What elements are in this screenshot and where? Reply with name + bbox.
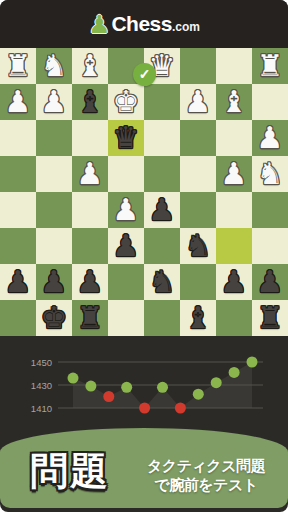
square-e8[interactable] [108, 300, 144, 336]
app-header: ♟ Chess .com [0, 0, 288, 48]
square-a8[interactable]: ♜ [252, 300, 288, 336]
black-pawn-piece: ♟ [221, 264, 248, 300]
square-d4[interactable] [144, 156, 180, 192]
square-c6[interactable]: ♞ [180, 228, 216, 264]
chart-point-loss [139, 403, 150, 414]
square-e4[interactable] [108, 156, 144, 192]
promo-subtitle-line2: で腕前をテスト [146, 475, 266, 494]
white-pawn-piece: ♟ [77, 156, 104, 192]
square-c7[interactable] [180, 264, 216, 300]
square-g3[interactable] [36, 120, 72, 156]
square-g4[interactable] [36, 156, 72, 192]
square-f6[interactable] [72, 228, 108, 264]
chart-ytick-label: 1430 [31, 380, 52, 391]
chart-point-win [85, 381, 96, 392]
square-b8[interactable] [216, 300, 252, 336]
square-d7[interactable]: ♞ [144, 264, 180, 300]
square-g2[interactable]: ♟ [36, 84, 72, 120]
square-h6[interactable] [0, 228, 36, 264]
white-king-piece: ♚ [113, 84, 140, 120]
square-a5[interactable] [252, 192, 288, 228]
square-c1[interactable] [180, 48, 216, 84]
square-b2[interactable]: ♝ [216, 84, 252, 120]
logo-tld-text: .com [172, 20, 200, 34]
white-bishop-piece: ♝ [77, 48, 104, 84]
square-a2[interactable] [252, 84, 288, 120]
black-rook-piece: ♜ [77, 300, 104, 336]
square-g1[interactable]: ♞ [36, 48, 72, 84]
square-a1[interactable]: ♜ [252, 48, 288, 84]
black-pawn-piece: ♟ [41, 264, 68, 300]
square-a4[interactable]: ♞ [252, 156, 288, 192]
square-g5[interactable] [36, 192, 72, 228]
white-pawn-piece: ♟ [257, 120, 284, 156]
square-e3[interactable]: ♛ [108, 120, 144, 156]
square-f8[interactable]: ♜ [72, 300, 108, 336]
square-f4[interactable]: ♟ [72, 156, 108, 192]
black-pawn-piece: ♟ [257, 264, 284, 300]
square-b6[interactable] [216, 228, 252, 264]
chart-point-loss [175, 403, 186, 414]
square-b7[interactable]: ♟ [216, 264, 252, 300]
black-pawn-piece: ♟ [149, 192, 176, 228]
square-f7[interactable]: ♟ [72, 264, 108, 300]
square-d3[interactable] [144, 120, 180, 156]
square-g7[interactable]: ♟ [36, 264, 72, 300]
square-d8[interactable] [144, 300, 180, 336]
chess-board: ♜♞♝♛♜♟♟♝♚♟♝♛♟♟♟♞♟♟♟♞♟♟♟♞♟♟♚♜♝♜ [0, 48, 288, 336]
square-h1[interactable]: ♜ [0, 48, 36, 84]
chesscom-logo: ♟ Chess .com [88, 12, 200, 37]
logo-brand-text: Chess [111, 12, 172, 36]
chart-ytick-label: 1410 [31, 403, 52, 414]
square-f2[interactable]: ♝ [72, 84, 108, 120]
square-c8[interactable]: ♝ [180, 300, 216, 336]
square-h3[interactable] [0, 120, 36, 156]
square-f3[interactable] [72, 120, 108, 156]
black-bishop-piece: ♝ [185, 300, 212, 336]
white-pawn-piece: ♟ [113, 192, 140, 228]
promo-subtitle: タクティクス問題 で腕前をテスト [146, 456, 266, 494]
square-c4[interactable] [180, 156, 216, 192]
square-d5[interactable]: ♟ [144, 192, 180, 228]
square-h7[interactable]: ♟ [0, 264, 36, 300]
white-knight-piece: ♞ [257, 156, 284, 192]
white-pawn-piece: ♟ [221, 156, 248, 192]
square-e6[interactable]: ♟ [108, 228, 144, 264]
chart-point-win [247, 357, 258, 368]
chart-point-win [193, 389, 204, 400]
black-pawn-piece: ♟ [113, 228, 140, 264]
square-c5[interactable] [180, 192, 216, 228]
square-b3[interactable] [216, 120, 252, 156]
square-d2[interactable] [144, 84, 180, 120]
black-knight-piece: ♞ [149, 264, 176, 300]
white-bishop-piece: ♝ [221, 84, 248, 120]
square-g8[interactable]: ♚ [36, 300, 72, 336]
square-h8[interactable] [0, 300, 36, 336]
square-f1[interactable]: ♝ [72, 48, 108, 84]
promo-subtitle-line1: タクティクス問題 [146, 456, 266, 475]
chart-point-win [211, 377, 222, 388]
square-e2[interactable]: ♚ [108, 84, 144, 120]
white-pawn-piece: ♟ [41, 84, 68, 120]
chart-point-win [157, 382, 168, 393]
checkmark-icon: ✓ [139, 63, 151, 86]
black-knight-piece: ♞ [185, 228, 212, 264]
white-pawn-piece: ♟ [5, 84, 32, 120]
black-queen-piece: ♛ [113, 120, 140, 156]
black-pawn-piece: ♟ [77, 264, 104, 300]
white-pawn-piece: ♟ [185, 84, 212, 120]
promo-headline: 問題 [30, 446, 110, 497]
app-screenshot-card: ♟ Chess .com ♜♞♝♛♜♟♟♝♚♟♝♛♟♟♟♞♟♟♟♞♟♟♟♞♟♟♚… [0, 0, 288, 512]
white-rook-piece: ♜ [5, 48, 32, 84]
square-a7[interactable]: ♟ [252, 264, 288, 300]
correct-move-badge: ✓ [133, 63, 156, 86]
square-g6[interactable] [36, 228, 72, 264]
chart-ytick-label: 1450 [31, 357, 52, 368]
square-h4[interactable] [0, 156, 36, 192]
black-pawn-piece: ♟ [5, 264, 32, 300]
white-rook-piece: ♜ [257, 48, 284, 84]
black-king-piece: ♚ [41, 300, 68, 336]
square-b1[interactable] [216, 48, 252, 84]
square-e7[interactable] [108, 264, 144, 300]
chart-point-win [229, 367, 240, 378]
square-d6[interactable] [144, 228, 180, 264]
square-f5[interactable] [72, 192, 108, 228]
promo-banner: 問題 タクティクス問題 で腕前をテスト [0, 428, 288, 508]
square-b4[interactable]: ♟ [216, 156, 252, 192]
square-b5[interactable] [216, 192, 252, 228]
square-c3[interactable] [180, 120, 216, 156]
square-a6[interactable] [252, 228, 288, 264]
pawn-logo-icon: ♟ [88, 12, 110, 37]
square-h5[interactable] [0, 192, 36, 228]
white-knight-piece: ♞ [41, 48, 68, 84]
square-a3[interactable]: ♟ [252, 120, 288, 156]
black-rook-piece: ♜ [257, 300, 284, 336]
chart-point-loss [103, 391, 114, 402]
black-bishop-piece: ♝ [77, 84, 104, 120]
square-c2[interactable]: ♟ [180, 84, 216, 120]
square-e5[interactable]: ♟ [108, 192, 144, 228]
chart-point-win [68, 373, 79, 384]
chart-point-win [121, 382, 132, 393]
square-h2[interactable]: ♟ [0, 84, 36, 120]
